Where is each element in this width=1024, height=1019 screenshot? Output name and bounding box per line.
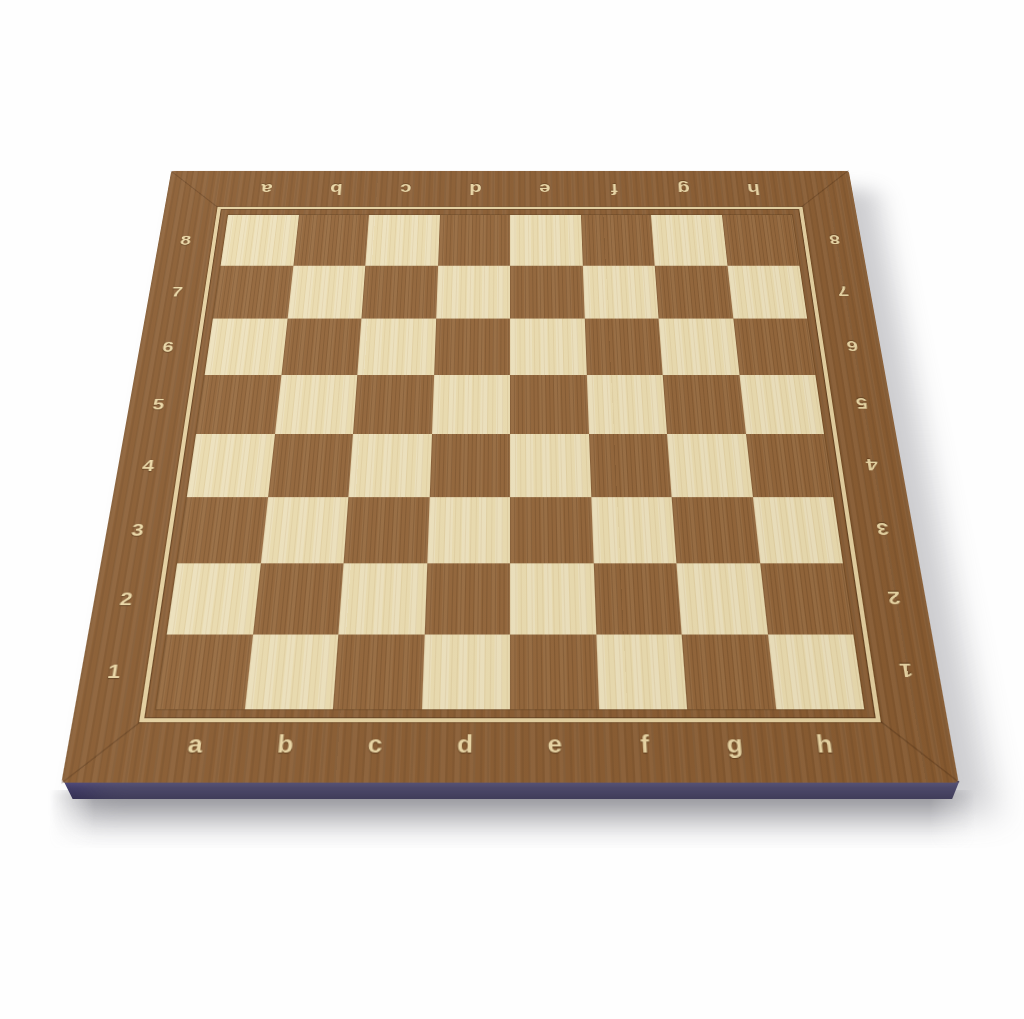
square-f6[interactable] <box>584 319 662 375</box>
rank-label-cell-right-8: 8 <box>804 215 866 265</box>
square-a8[interactable] <box>221 215 299 265</box>
board-perspective-scene: abcdefgh abcdefgh 87654321 87654321 <box>61 171 958 783</box>
square-e6[interactable] <box>510 319 586 375</box>
square-e4[interactable] <box>510 434 591 497</box>
square-d5[interactable] <box>432 375 511 434</box>
square-g3[interactable] <box>672 497 760 564</box>
file-label-cell-top-e: e <box>510 171 580 207</box>
rank-label-cell-right-4: 4 <box>837 434 907 497</box>
file-label-cell-top-f: f <box>579 171 651 207</box>
file-label-cell-top-d: d <box>440 171 510 207</box>
square-e2[interactable] <box>510 563 596 634</box>
square-b6[interactable] <box>281 319 361 375</box>
rank-label-cell-left-4: 4 <box>113 434 183 497</box>
file-label-bottom-h: h <box>815 733 834 756</box>
square-b1[interactable] <box>244 634 338 709</box>
square-b7[interactable] <box>287 265 365 318</box>
square-h3[interactable] <box>752 497 843 564</box>
square-f3[interactable] <box>591 497 677 564</box>
rank-label-cell-right-6: 6 <box>819 319 885 375</box>
file-label-top-g: g <box>677 182 691 196</box>
frame-miter-bottom-left <box>61 720 142 783</box>
file-label-cell-bottom-b: b <box>238 721 332 768</box>
square-h8[interactable] <box>721 215 799 265</box>
square-g1[interactable] <box>682 634 776 709</box>
file-label-cell-top-c: c <box>370 171 442 207</box>
rank-label-cell-left-3: 3 <box>101 497 174 564</box>
rank-label-left-3: 3 <box>130 521 145 539</box>
rank-label-cell-left-5: 5 <box>124 375 192 434</box>
file-label-cell-bottom-e: e <box>510 721 601 768</box>
square-f8[interactable] <box>580 215 654 265</box>
rank-label-left-1: 1 <box>106 661 122 681</box>
rank-label-cell-right-1: 1 <box>867 634 945 709</box>
file-label-cell-top-b: b <box>299 171 372 207</box>
square-a2[interactable] <box>167 563 261 634</box>
frame-miter-top-right <box>800 170 848 208</box>
file-label-cell-bottom-g: g <box>688 721 782 768</box>
square-b2[interactable] <box>253 563 344 634</box>
square-c1[interactable] <box>333 634 424 709</box>
square-d7[interactable] <box>436 265 510 318</box>
square-e5[interactable] <box>510 375 589 434</box>
file-label-bottom-f: f <box>640 733 650 756</box>
board-squares-grid <box>156 215 864 709</box>
rank-label-cell-left-6: 6 <box>135 319 201 375</box>
square-f5[interactable] <box>586 375 667 434</box>
rank-label-cell-right-3: 3 <box>847 497 920 564</box>
square-b3[interactable] <box>260 497 348 564</box>
rank-label-left-5: 5 <box>151 396 165 412</box>
file-label-bottom-b: b <box>276 733 294 756</box>
file-label-bottom-c: c <box>367 733 383 756</box>
square-a1[interactable] <box>156 634 253 709</box>
rank-label-right-7: 7 <box>836 285 849 299</box>
square-g2[interactable] <box>676 563 767 634</box>
rank-label-left-7: 7 <box>170 285 183 299</box>
file-label-cell-top-a: a <box>229 171 303 207</box>
rank-label-cell-left-1: 1 <box>75 634 153 709</box>
file-label-top-c: c <box>400 182 412 196</box>
square-h2[interactable] <box>760 563 854 634</box>
square-e8[interactable] <box>510 215 582 265</box>
file-label-cell-bottom-f: f <box>599 721 691 768</box>
square-b8[interactable] <box>293 215 369 265</box>
square-c3[interactable] <box>344 497 430 564</box>
file-label-cell-bottom-h: h <box>777 721 873 768</box>
rank-label-right-8: 8 <box>828 233 841 247</box>
square-d6[interactable] <box>434 319 510 375</box>
square-d2[interactable] <box>424 563 510 634</box>
file-label-cell-bottom-a: a <box>147 721 243 768</box>
square-f7[interactable] <box>582 265 658 318</box>
square-a6[interactable] <box>205 319 287 375</box>
square-d3[interactable] <box>427 497 510 564</box>
square-a7[interactable] <box>213 265 293 318</box>
square-h7[interactable] <box>727 265 807 318</box>
square-d4[interactable] <box>429 434 510 497</box>
rank-label-left-8: 8 <box>179 233 192 247</box>
square-f1[interactable] <box>596 634 687 709</box>
file-label-bottom-d: d <box>457 733 474 756</box>
file-label-top-h: h <box>746 182 760 196</box>
file-label-bottom-a: a <box>187 733 205 756</box>
file-label-cell-top-h: h <box>717 171 791 207</box>
square-c5[interactable] <box>353 375 434 434</box>
rank-label-left-2: 2 <box>118 589 134 608</box>
square-f4[interactable] <box>589 434 672 497</box>
square-g6[interactable] <box>659 319 739 375</box>
file-labels-top: abcdefgh <box>229 171 791 207</box>
file-label-top-e: e <box>539 182 551 196</box>
square-c7[interactable] <box>361 265 437 318</box>
square-g8[interactable] <box>651 215 727 265</box>
rank-label-cell-left-8: 8 <box>154 215 216 265</box>
file-label-top-d: d <box>469 182 482 196</box>
file-label-cell-bottom-d: d <box>419 721 510 768</box>
rank-label-left-4: 4 <box>141 457 156 474</box>
square-c2[interactable] <box>338 563 426 634</box>
rank-label-left-6: 6 <box>161 339 175 354</box>
square-h6[interactable] <box>733 319 815 375</box>
rank-label-right-2: 2 <box>886 589 902 608</box>
square-a3[interactable] <box>177 497 268 564</box>
file-label-top-a: a <box>260 182 273 196</box>
square-e1[interactable] <box>510 634 599 709</box>
square-c8[interactable] <box>365 215 439 265</box>
square-h1[interactable] <box>767 634 864 709</box>
rank-label-right-6: 6 <box>845 339 859 354</box>
square-c4[interactable] <box>348 434 431 497</box>
square-a4[interactable] <box>187 434 275 497</box>
frame-miter-top-left <box>171 171 219 209</box>
file-label-top-b: b <box>329 182 343 196</box>
rank-label-cell-left-7: 7 <box>145 265 209 318</box>
file-label-bottom-e: e <box>547 733 562 756</box>
square-e7[interactable] <box>510 265 584 318</box>
square-b4[interactable] <box>268 434 353 497</box>
rank-label-cell-right-7: 7 <box>811 265 875 318</box>
square-b5[interactable] <box>275 375 358 434</box>
file-label-top-f: f <box>611 182 619 196</box>
square-h5[interactable] <box>739 375 824 434</box>
square-e3[interactable] <box>510 497 593 564</box>
square-c6[interactable] <box>357 319 435 375</box>
square-a5[interactable] <box>196 375 281 434</box>
square-g7[interactable] <box>655 265 733 318</box>
board-side-edge <box>60 781 963 799</box>
file-labels-bottom: abcdefgh <box>147 721 873 768</box>
file-label-cell-top-g: g <box>648 171 721 207</box>
rank-label-cell-right-5: 5 <box>828 375 896 434</box>
rank-label-cell-right-2: 2 <box>857 563 932 634</box>
square-f2[interactable] <box>593 563 681 634</box>
file-label-cell-bottom-c: c <box>329 721 421 768</box>
file-label-bottom-g: g <box>726 733 744 756</box>
square-h4[interactable] <box>746 434 834 497</box>
rank-label-right-3: 3 <box>875 521 890 539</box>
square-g5[interactable] <box>663 375 746 434</box>
rank-label-right-4: 4 <box>864 457 879 474</box>
rank-label-cell-left-2: 2 <box>88 563 163 634</box>
rank-label-right-5: 5 <box>854 396 868 412</box>
square-d1[interactable] <box>421 634 510 709</box>
frame-miter-bottom-right <box>879 720 960 783</box>
chess-board: abcdefgh abcdefgh 87654321 87654321 <box>61 171 958 783</box>
rank-label-right-1: 1 <box>898 661 914 681</box>
square-g4[interactable] <box>667 434 752 497</box>
square-d8[interactable] <box>438 215 510 265</box>
